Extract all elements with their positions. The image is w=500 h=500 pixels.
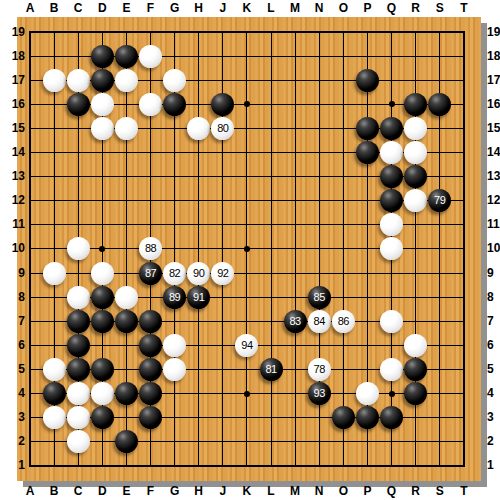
- coord-bottom-N: N: [307, 484, 331, 499]
- stone-black-G8: 89: [163, 286, 186, 309]
- stone-white-P4: [356, 382, 379, 405]
- stone-black-N4: 93: [308, 382, 331, 405]
- coord-top-D: D: [90, 1, 114, 16]
- move-number-label: 80: [217, 123, 228, 134]
- stone-white-N5: 78: [308, 358, 331, 381]
- stone-black-N8: 85: [308, 286, 331, 309]
- move-number-label: 81: [265, 364, 276, 375]
- stone-white-B17: [43, 69, 66, 92]
- coord-left-5: 5: [0, 362, 25, 377]
- coord-bottom-F: F: [139, 484, 163, 499]
- coord-left-19: 19: [0, 25, 25, 40]
- coord-top-S: S: [428, 1, 452, 16]
- stone-black-H8: 91: [187, 286, 210, 309]
- stone-white-G5: [163, 358, 186, 381]
- stone-white-O7: 86: [332, 310, 355, 333]
- coord-top-E: E: [114, 1, 138, 16]
- move-number-label: 87: [145, 268, 156, 279]
- stone-white-B3: [43, 406, 66, 429]
- stone-black-D3: [91, 406, 114, 429]
- coord-top-A: A: [18, 1, 42, 16]
- stone-black-D5: [91, 358, 114, 381]
- stone-black-R5: [404, 358, 427, 381]
- stone-black-D8: [91, 286, 114, 309]
- stone-white-R14: [404, 141, 427, 164]
- coord-right-9: 9: [487, 266, 500, 281]
- star-point-K4: [244, 391, 250, 397]
- grid-line-vertical: [343, 32, 344, 467]
- grid-line-horizontal: [30, 441, 465, 442]
- stone-black-C6: [67, 334, 90, 357]
- coord-top-C: C: [66, 1, 90, 16]
- stone-black-F5: [139, 358, 162, 381]
- stone-black-R16: [404, 93, 427, 116]
- coord-left-4: 4: [0, 386, 25, 401]
- stone-white-C8: [67, 286, 90, 309]
- move-number-label: 89: [169, 292, 180, 303]
- stone-white-C10: [67, 237, 90, 260]
- stone-black-S16: [428, 93, 451, 116]
- stone-black-Q3: [380, 406, 403, 429]
- stone-black-C16: [67, 93, 90, 116]
- coord-right-13: 13: [487, 169, 500, 184]
- coord-left-11: 11: [0, 217, 25, 232]
- coord-right-4: 4: [487, 386, 500, 401]
- stone-black-M7: 83: [284, 310, 307, 333]
- stone-black-P3: [356, 406, 379, 429]
- stone-white-G17: [163, 69, 186, 92]
- coord-bottom-D: D: [90, 484, 114, 499]
- stone-black-E2: [115, 430, 138, 453]
- move-number-label: 85: [314, 292, 325, 303]
- coord-right-10: 10: [487, 241, 500, 256]
- grid-line-vertical: [295, 32, 296, 467]
- stone-black-L5: 81: [260, 358, 283, 381]
- coord-bottom-P: P: [355, 484, 379, 499]
- stone-black-D7: [91, 310, 114, 333]
- stone-white-R15: [404, 117, 427, 140]
- coord-right-7: 7: [487, 314, 500, 329]
- stone-black-E7: [115, 310, 138, 333]
- coord-bottom-G: G: [163, 484, 187, 499]
- coord-top-B: B: [42, 1, 66, 16]
- move-number-label: 91: [193, 292, 204, 303]
- stone-black-C7: [67, 310, 90, 333]
- coord-top-F: F: [139, 1, 163, 16]
- grid-line-vertical: [198, 32, 199, 467]
- coord-bottom-O: O: [331, 484, 355, 499]
- coord-right-3: 3: [487, 410, 500, 425]
- coord-bottom-C: C: [66, 484, 90, 499]
- coord-left-10: 10: [0, 241, 25, 256]
- stone-white-B5: [43, 358, 66, 381]
- stone-white-H15: [187, 117, 210, 140]
- stone-white-F18: [139, 45, 162, 68]
- coord-bottom-S: S: [428, 484, 452, 499]
- stone-white-C3: [67, 406, 90, 429]
- coord-top-H: H: [187, 1, 211, 16]
- go-board[interactable]: 8079888782909289918583848694817893: [17, 17, 481, 481]
- coord-top-O: O: [331, 1, 355, 16]
- stone-black-B4: [43, 382, 66, 405]
- stone-black-O3: [332, 406, 355, 429]
- grid-line-vertical: [271, 32, 272, 467]
- stone-black-E18: [115, 45, 138, 68]
- move-number-label: 88: [145, 243, 156, 254]
- coord-left-15: 15: [0, 121, 25, 136]
- stone-black-G16: [163, 93, 186, 116]
- stone-white-Q7: [380, 310, 403, 333]
- coord-right-5: 5: [487, 362, 500, 377]
- coord-bottom-H: H: [187, 484, 211, 499]
- coord-right-6: 6: [487, 338, 500, 353]
- stone-black-F7: [139, 310, 162, 333]
- coord-left-1: 1: [0, 458, 25, 473]
- coord-bottom-M: M: [283, 484, 307, 499]
- star-point-Q16: [389, 101, 395, 107]
- coord-right-11: 11: [487, 217, 500, 232]
- coord-top-K: K: [235, 1, 259, 16]
- coord-top-G: G: [163, 1, 187, 16]
- stone-white-B9: [43, 262, 66, 285]
- stone-white-E15: [115, 117, 138, 140]
- coord-bottom-Q: Q: [380, 484, 404, 499]
- coord-top-J: J: [211, 1, 235, 16]
- coord-right-1: 1: [487, 458, 500, 473]
- coord-left-12: 12: [0, 193, 25, 208]
- coord-left-18: 18: [0, 49, 25, 64]
- stone-black-D17: [91, 69, 114, 92]
- coord-left-7: 7: [0, 314, 25, 329]
- coord-left-3: 3: [0, 410, 25, 425]
- coord-top-M: M: [283, 1, 307, 16]
- coord-right-18: 18: [487, 49, 500, 64]
- coord-left-17: 17: [0, 73, 25, 88]
- stone-white-D16: [91, 93, 114, 116]
- coord-right-8: 8: [487, 290, 500, 305]
- stone-black-E4: [115, 382, 138, 405]
- stone-white-Q14: [380, 141, 403, 164]
- stone-white-J9: 92: [211, 262, 234, 285]
- coord-bottom-J: J: [211, 484, 235, 499]
- stone-white-G6: [163, 334, 186, 357]
- move-number-label: 78: [314, 364, 325, 375]
- stone-white-D9: [91, 262, 114, 285]
- stone-black-J16: [211, 93, 234, 116]
- coord-left-6: 6: [0, 338, 25, 353]
- coord-left-2: 2: [0, 434, 25, 449]
- coord-top-Q: Q: [380, 1, 404, 16]
- stone-black-P14: [356, 141, 379, 164]
- move-number-label: 92: [217, 268, 228, 279]
- stone-white-H9: 90: [187, 262, 210, 285]
- stone-black-D18: [91, 45, 114, 68]
- stone-white-E17: [115, 69, 138, 92]
- coord-right-16: 16: [487, 97, 500, 112]
- stone-white-N7: 84: [308, 310, 331, 333]
- stone-black-F3: [139, 406, 162, 429]
- coord-bottom-T: T: [452, 484, 476, 499]
- coord-left-16: 16: [0, 97, 25, 112]
- stone-black-R4: [404, 382, 427, 405]
- stone-white-D4: [91, 382, 114, 405]
- move-number-label: 82: [169, 268, 180, 279]
- coord-top-N: N: [307, 1, 331, 16]
- coord-bottom-R: R: [404, 484, 428, 499]
- coord-bottom-A: A: [18, 484, 42, 499]
- coord-right-17: 17: [487, 73, 500, 88]
- coord-right-19: 19: [487, 25, 500, 40]
- coord-right-12: 12: [487, 193, 500, 208]
- stone-white-F16: [139, 93, 162, 116]
- move-number-label: 79: [434, 195, 445, 206]
- coord-bottom-K: K: [235, 484, 259, 499]
- stone-black-C5: [67, 358, 90, 381]
- stone-black-F6: [139, 334, 162, 357]
- coord-right-2: 2: [487, 434, 500, 449]
- go-diagram-page: 8079888782909289918583848694817893 AABBC…: [0, 0, 500, 500]
- stone-black-F9: 87: [139, 262, 162, 285]
- move-number-label: 86: [338, 316, 349, 327]
- move-number-label: 84: [314, 316, 325, 327]
- star-point-Q4: [389, 391, 395, 397]
- stone-white-C17: [67, 69, 90, 92]
- stone-white-C2: [67, 430, 90, 453]
- stone-white-G9: 82: [163, 262, 186, 285]
- coord-top-R: R: [404, 1, 428, 16]
- coord-bottom-L: L: [259, 484, 283, 499]
- coord-left-14: 14: [0, 145, 25, 160]
- stone-white-Q5: [380, 358, 403, 381]
- stone-black-P15: [356, 117, 379, 140]
- coord-bottom-B: B: [42, 484, 66, 499]
- coord-bottom-E: E: [114, 484, 138, 499]
- star-point-K10: [244, 246, 250, 252]
- coord-top-L: L: [259, 1, 283, 16]
- stone-white-E8: [115, 286, 138, 309]
- coord-left-9: 9: [0, 266, 25, 281]
- stone-black-P17: [356, 69, 379, 92]
- move-number-label: 90: [193, 268, 204, 279]
- move-number-label: 93: [314, 388, 325, 399]
- coord-top-T: T: [452, 1, 476, 16]
- move-number-label: 83: [289, 316, 300, 327]
- stone-black-F4: [139, 382, 162, 405]
- coord-right-15: 15: [487, 121, 500, 136]
- stone-black-Q15: [380, 117, 403, 140]
- coord-left-8: 8: [0, 290, 25, 305]
- stone-white-C4: [67, 382, 90, 405]
- move-number-label: 94: [241, 340, 252, 351]
- coord-top-P: P: [355, 1, 379, 16]
- coord-right-14: 14: [487, 145, 500, 160]
- coord-left-13: 13: [0, 169, 25, 184]
- stone-white-R6: [404, 334, 427, 357]
- stone-white-D15: [91, 117, 114, 140]
- stone-black-Q13: [380, 165, 403, 188]
